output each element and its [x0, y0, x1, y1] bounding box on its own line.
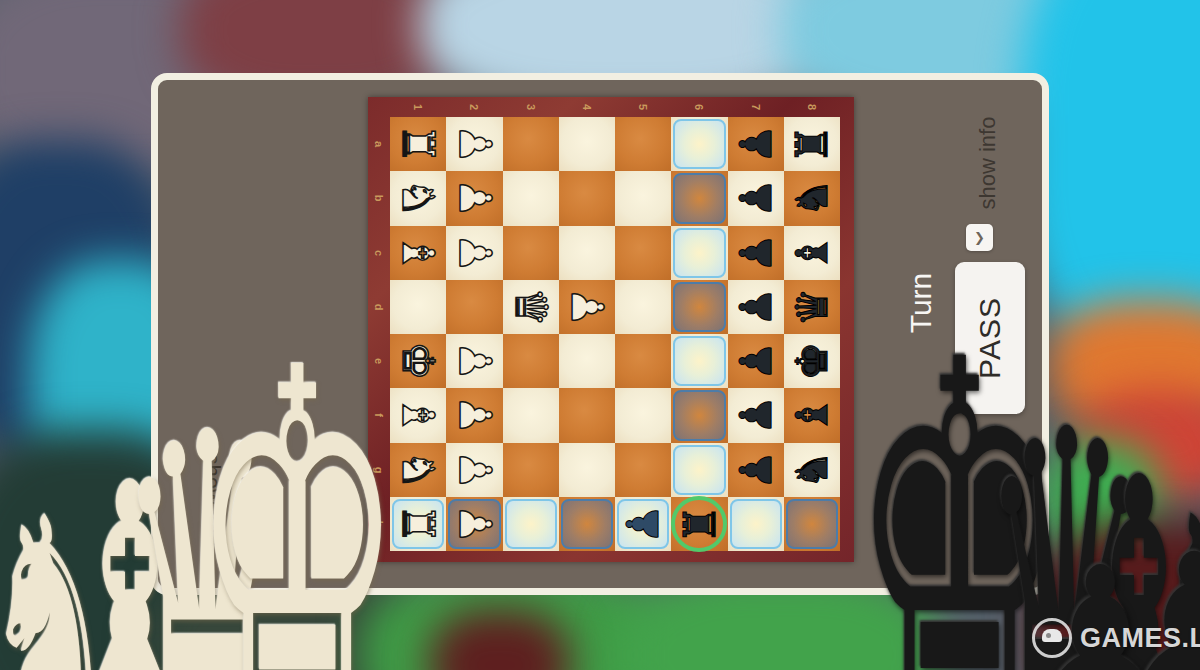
piece-f7[interactable]: ♟	[734, 396, 778, 435]
piece-a7[interactable]: ♟	[734, 124, 778, 163]
square-c2[interactable]: ♟	[446, 226, 502, 280]
square-f5[interactable]	[615, 388, 671, 442]
piece-d4[interactable]: ♟	[565, 287, 609, 326]
square-e8[interactable]: ♚	[784, 334, 840, 388]
square-e3[interactable]	[503, 334, 559, 388]
square-g4[interactable]	[559, 443, 615, 497]
square-a5[interactable]	[615, 117, 671, 171]
square-g7[interactable]: ♟	[728, 443, 784, 497]
square-b3[interactable]	[503, 171, 559, 225]
square-d2[interactable]	[446, 280, 502, 334]
piece-e8[interactable]: ♚	[790, 341, 834, 380]
square-e5[interactable]	[615, 334, 671, 388]
square-f3[interactable]	[503, 388, 559, 442]
square-b1[interactable]: ♞	[390, 171, 446, 225]
games-lol-icon	[1032, 618, 1072, 658]
square-b8[interactable]: ♞	[784, 171, 840, 225]
square-b4[interactable]	[559, 171, 615, 225]
piece-b7[interactable]: ♟	[734, 179, 778, 218]
piece-h2[interactable]: ♟	[452, 504, 496, 543]
square-g8[interactable]: ♞	[784, 443, 840, 497]
piece-g2[interactable]: ♟	[452, 450, 496, 489]
piece-a2[interactable]: ♟	[452, 124, 496, 163]
square-a6[interactable]	[671, 117, 727, 171]
square-c6[interactable]	[671, 226, 727, 280]
square-b5[interactable]	[615, 171, 671, 225]
piece-c7[interactable]: ♟	[734, 233, 778, 272]
square-a7[interactable]: ♟	[728, 117, 784, 171]
square-h2[interactable]: ♟	[446, 497, 502, 551]
board-rank-labels: 12345678	[390, 97, 840, 117]
piece-d8[interactable]: ♛	[790, 287, 834, 326]
square-a8[interactable]: ♜	[784, 117, 840, 171]
square-b2[interactable]: ♟	[446, 171, 502, 225]
watermark: GAMES.LOL	[1032, 618, 1200, 658]
show-info-checkbox[interactable]: ❯	[966, 224, 993, 251]
square-d5[interactable]	[615, 280, 671, 334]
piece-g8[interactable]: ♞	[790, 450, 834, 489]
square-a1[interactable]: ♜	[390, 117, 446, 171]
piece-a1[interactable]: ♜	[396, 124, 440, 163]
square-c3[interactable]	[503, 226, 559, 280]
square-f7[interactable]: ♟	[728, 388, 784, 442]
square-h5[interactable]: ♟	[615, 497, 671, 551]
square-c4[interactable]	[559, 226, 615, 280]
square-e7[interactable]: ♟	[728, 334, 784, 388]
chevron-icon: ❯	[974, 230, 985, 245]
square-f4[interactable]	[559, 388, 615, 442]
piece-a8[interactable]: ♜	[790, 124, 834, 163]
square-h8[interactable]	[784, 497, 840, 551]
square-c8[interactable]: ♝	[784, 226, 840, 280]
piece-h6[interactable]: ♜	[677, 504, 721, 543]
square-h7[interactable]	[728, 497, 784, 551]
square-g5[interactable]	[615, 443, 671, 497]
piece-c8[interactable]: ♝	[790, 233, 834, 272]
piece-f8[interactable]: ♝	[790, 396, 834, 435]
photo-white-king: ♚	[190, 351, 404, 670]
piece-h5[interactable]: ♟	[621, 504, 665, 543]
piece-e2[interactable]: ♟	[452, 341, 496, 380]
square-f6[interactable]	[671, 388, 727, 442]
square-f8[interactable]: ♝	[784, 388, 840, 442]
square-f2[interactable]: ♟	[446, 388, 502, 442]
piece-c1[interactable]: ♝	[396, 233, 440, 272]
square-d4[interactable]: ♟	[559, 280, 615, 334]
square-a4[interactable]	[559, 117, 615, 171]
square-c7[interactable]: ♟	[728, 226, 784, 280]
square-c5[interactable]	[615, 226, 671, 280]
square-h6[interactable]: ♜	[671, 497, 727, 551]
show-info-right-label[interactable]: show info	[975, 115, 1001, 211]
square-h3[interactable]	[503, 497, 559, 551]
square-h4[interactable]	[559, 497, 615, 551]
piece-e7[interactable]: ♟	[734, 341, 778, 380]
square-d6[interactable]	[671, 280, 727, 334]
square-g6[interactable]	[671, 443, 727, 497]
piece-f2[interactable]: ♟	[452, 396, 496, 435]
square-g2[interactable]: ♟	[446, 443, 502, 497]
piece-d7[interactable]: ♟	[734, 287, 778, 326]
square-g3[interactable]	[503, 443, 559, 497]
square-b7[interactable]: ♟	[728, 171, 784, 225]
piece-b2[interactable]: ♟	[452, 179, 496, 218]
watermark-text: GAMES.LOL	[1080, 623, 1200, 654]
piece-g7[interactable]: ♟	[734, 450, 778, 489]
board-grid: ♜♟♟♜♞♟♟♞♝♟♟♝♛♟♟♛♚♟♟♚♝♟♟♝♞♟♟♞♜♟♟♜	[390, 117, 840, 551]
square-d3[interactable]: ♛	[503, 280, 559, 334]
page: { "game": "chess", "app": { "panel_color…	[0, 0, 1200, 670]
square-e6[interactable]	[671, 334, 727, 388]
square-e2[interactable]: ♟	[446, 334, 502, 388]
piece-d3[interactable]: ♛	[509, 287, 553, 326]
square-d7[interactable]: ♟	[728, 280, 784, 334]
square-a3[interactable]	[503, 117, 559, 171]
square-a2[interactable]: ♟	[446, 117, 502, 171]
chess-board: 12345678 abcdefgh ♜♟♟♜♞♟♟♞♝♟♟♝♛♟♟♛♚♟♟♚♝♟…	[368, 97, 854, 562]
square-b6[interactable]	[671, 171, 727, 225]
square-e4[interactable]	[559, 334, 615, 388]
piece-c2[interactable]: ♟	[452, 233, 496, 272]
square-d8[interactable]: ♛	[784, 280, 840, 334]
piece-b8[interactable]: ♞	[790, 179, 834, 218]
piece-b1[interactable]: ♞	[396, 179, 440, 218]
